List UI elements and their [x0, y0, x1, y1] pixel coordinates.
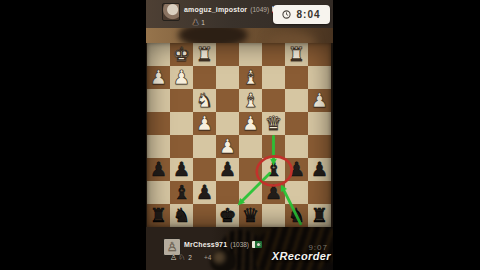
square-f5[interactable] [193, 135, 216, 158]
white-pawn: ♟ [196, 112, 213, 135]
top-captured-line: ♟ 1 [192, 18, 205, 27]
square-a3[interactable]: ♟ [308, 89, 331, 112]
white-pawn: ♟ [242, 112, 259, 135]
square-g3[interactable] [170, 89, 193, 112]
bottom-player-rating: (1038) [230, 241, 249, 248]
square-e5[interactable]: ♟ [216, 135, 239, 158]
square-c2[interactable] [262, 66, 285, 89]
top-player-nameline: amoguz_impostor (1049) [184, 5, 282, 14]
white-bishop: ♝ [242, 89, 259, 112]
phone-recording-column: amoguz_impostor (1049) ♟ 1 8:04 ♚♜♜♟♟♝♞♝… [146, 0, 333, 270]
square-c1[interactable] [262, 43, 285, 66]
square-c4[interactable]: ♛ [262, 112, 285, 135]
square-g4[interactable] [170, 112, 193, 135]
captured-white-pieces-icons: ♙♘ [170, 253, 186, 262]
white-pawn: ♟ [219, 135, 236, 158]
white-pawn: ♟ [173, 66, 190, 89]
black-pawn: ♟ [288, 158, 305, 181]
black-bishop: ♝ [265, 158, 282, 181]
black-rook: ♜ [150, 204, 167, 227]
square-e1[interactable] [216, 43, 239, 66]
square-c7[interactable]: ♟ [262, 181, 285, 204]
blurred-piece-silhouette [178, 28, 248, 43]
pakistan-flag-icon [252, 241, 262, 248]
top-clock-time: 8:04 [296, 9, 320, 20]
square-b7[interactable] [285, 181, 308, 204]
black-queen: ♛ [242, 204, 259, 227]
square-g7[interactable]: ♝ [170, 181, 193, 204]
square-e3[interactable] [216, 89, 239, 112]
square-g8[interactable]: ♞ [170, 204, 193, 227]
square-c3[interactable] [262, 89, 285, 112]
black-pawn: ♟ [173, 158, 190, 181]
square-a7[interactable] [308, 181, 331, 204]
square-f4[interactable]: ♟ [193, 112, 216, 135]
xrecorder-watermark: XRecorder [272, 250, 331, 262]
square-b6[interactable]: ♟ [285, 158, 308, 181]
square-f7[interactable]: ♟ [193, 181, 216, 204]
blurred-piece-knob [210, 249, 236, 270]
black-knight: ♞ [288, 204, 305, 227]
square-a2[interactable] [308, 66, 331, 89]
square-e7[interactable] [216, 181, 239, 204]
square-h7[interactable] [147, 181, 170, 204]
square-d5[interactable] [239, 135, 262, 158]
square-g1[interactable]: ♚ [170, 43, 193, 66]
square-e8[interactable]: ♚ [216, 204, 239, 227]
square-g2[interactable]: ♟ [170, 66, 193, 89]
black-pawn: ♟ [219, 158, 236, 181]
square-f3[interactable]: ♞ [193, 89, 216, 112]
captured-black-pawn-icon: ♟ [192, 18, 199, 27]
square-c6[interactable]: ♝ [262, 158, 285, 181]
black-pawn: ♟ [311, 158, 328, 181]
square-a6[interactable]: ♟ [308, 158, 331, 181]
top-player-avatar[interactable] [162, 3, 180, 21]
black-pawn: ♟ [150, 158, 167, 181]
square-d1[interactable] [239, 43, 262, 66]
bottom-player-name[interactable]: MrChess971 [184, 241, 227, 248]
white-pawn: ♟ [311, 89, 328, 112]
bottom-player-bar: ♙ MrChess971 (1038) ♙♘ 2 +4 9:07 XRecord… [146, 227, 333, 270]
chess-board[interactable]: ♚♜♜♟♟♝♞♝♟♟♟♛♟♟♟♟♝♟♟♝♟♟♜♞♚♛♞♜ [147, 43, 331, 227]
blurred-highlight [266, 32, 316, 43]
white-rook: ♜ [288, 43, 305, 66]
square-h6[interactable]: ♟ [147, 158, 170, 181]
white-pawn: ♟ [150, 66, 167, 89]
top-captured-count: 1 [201, 19, 205, 26]
square-a8[interactable]: ♜ [308, 204, 331, 227]
black-pawn: ♟ [265, 181, 282, 204]
square-h5[interactable] [147, 135, 170, 158]
white-rook: ♜ [196, 43, 213, 66]
square-d3[interactable]: ♝ [239, 89, 262, 112]
top-player-bar: amoguz_impostor (1049) ♟ 1 8:04 [146, 0, 333, 28]
material-advantage: +4 [204, 254, 211, 261]
bottom-player-nameline: MrChess971 (1038) [184, 240, 262, 249]
black-bishop: ♝ [173, 181, 190, 204]
bottom-captured-count: 2 [188, 254, 192, 261]
square-a1[interactable] [308, 43, 331, 66]
square-h2[interactable]: ♟ [147, 66, 170, 89]
square-d8[interactable]: ♛ [239, 204, 262, 227]
black-king: ♚ [219, 204, 236, 227]
square-h4[interactable] [147, 112, 170, 135]
black-knight: ♞ [173, 204, 190, 227]
square-b8[interactable]: ♞ [285, 204, 308, 227]
square-h3[interactable] [147, 89, 170, 112]
square-b5[interactable] [285, 135, 308, 158]
top-player-rating: (1049) [250, 6, 269, 13]
square-c5[interactable] [262, 135, 285, 158]
square-f8[interactable] [193, 204, 216, 227]
blurred-background-strip [146, 28, 333, 43]
square-a4[interactable] [308, 112, 331, 135]
white-knight: ♞ [196, 89, 213, 112]
square-d7[interactable] [239, 181, 262, 204]
white-queen: ♛ [265, 112, 282, 135]
square-d2[interactable]: ♝ [239, 66, 262, 89]
square-b2[interactable] [285, 66, 308, 89]
white-bishop: ♝ [242, 66, 259, 89]
top-clock: 8:04 [273, 5, 330, 24]
square-e2[interactable] [216, 66, 239, 89]
square-g5[interactable] [170, 135, 193, 158]
clock-icon [282, 10, 291, 19]
black-pawn: ♟ [196, 181, 213, 204]
video-frame: amoguz_impostor (1049) ♟ 1 8:04 ♚♜♜♟♟♝♞♝… [0, 0, 480, 270]
square-f1[interactable]: ♜ [193, 43, 216, 66]
square-d4[interactable]: ♟ [239, 112, 262, 135]
square-f6[interactable] [193, 158, 216, 181]
square-e6[interactable]: ♟ [216, 158, 239, 181]
square-d6[interactable] [239, 158, 262, 181]
square-f2[interactable] [193, 66, 216, 89]
square-e4[interactable] [216, 112, 239, 135]
square-g6[interactable]: ♟ [170, 158, 193, 181]
square-h1[interactable] [147, 43, 170, 66]
top-player-name[interactable]: amoguz_impostor [184, 6, 247, 13]
square-a5[interactable] [308, 135, 331, 158]
square-b1[interactable]: ♜ [285, 43, 308, 66]
black-rook: ♜ [311, 204, 328, 227]
square-b4[interactable] [285, 112, 308, 135]
square-c8[interactable] [262, 204, 285, 227]
board-grid: ♚♜♜♟♟♝♞♝♟♟♟♛♟♟♟♟♝♟♟♝♟♟♜♞♚♛♞♜ [147, 43, 331, 227]
square-b3[interactable] [285, 89, 308, 112]
square-h8[interactable]: ♜ [147, 204, 170, 227]
white-king: ♚ [173, 43, 190, 66]
bottom-captured-line: ♙♘ 2 +4 [170, 253, 211, 262]
